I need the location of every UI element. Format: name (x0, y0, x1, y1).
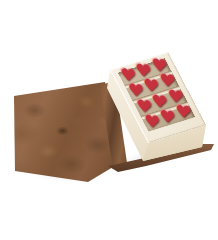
chocolate-heart: ♥ (174, 104, 191, 119)
chocolate-heart: ♥ (158, 73, 175, 88)
chocolate-heart: ♥ (143, 78, 160, 93)
chocolate-heart: ♥ (159, 109, 176, 124)
product-photo: ♥♥♥♥♥♥♥♥♥♥♥♥ (0, 0, 218, 240)
chocolate-box-rim: ♥♥♥♥♥♥♥♥♥♥♥♥ (110, 52, 206, 143)
